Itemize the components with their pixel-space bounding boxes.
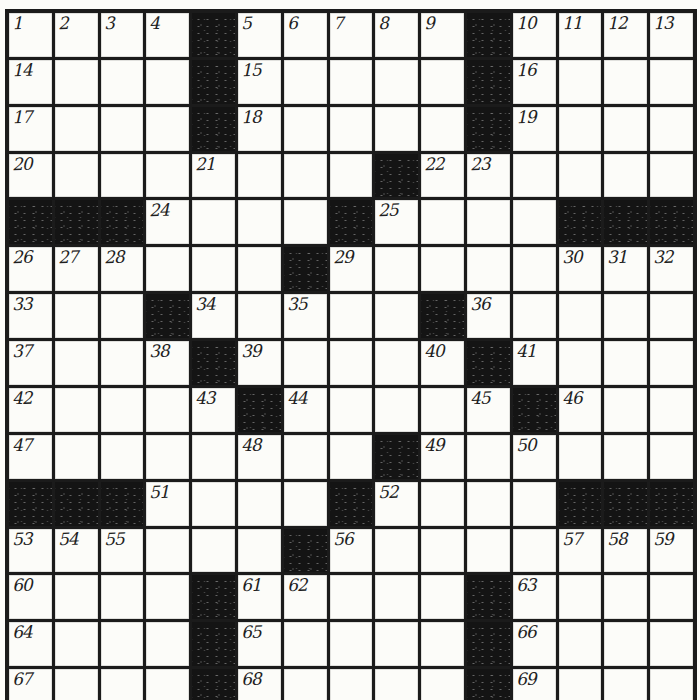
cell-r4c13[interactable] [559, 154, 602, 198]
cell-r10c13[interactable] [559, 435, 602, 479]
black-cell-r2c5 [192, 60, 235, 104]
clue-number-64: 64 [12, 623, 32, 643]
cell-r7c9[interactable] [375, 294, 418, 338]
cell-r1c7[interactable]: 6 [284, 13, 327, 57]
clue-number-62: 62 [286, 576, 306, 596]
black-cell-r14c11 [467, 622, 510, 666]
cell-r3c7[interactable] [284, 107, 327, 151]
cell-r12c4[interactable] [146, 529, 189, 573]
cell-r8c1[interactable]: 37 [9, 341, 52, 385]
cell-r12c8[interactable]: 56 [330, 529, 373, 573]
clue-number-15: 15 [241, 61, 261, 81]
clue-number-19: 19 [515, 107, 535, 127]
black-cell-r12c7 [284, 529, 327, 573]
cell-r3c14[interactable] [604, 107, 647, 151]
cell-r15c6[interactable]: 68 [238, 669, 281, 700]
cell-r14c3[interactable] [101, 622, 144, 666]
cell-r13c4[interactable] [146, 575, 189, 619]
cell-r12c11[interactable] [467, 529, 510, 573]
cell-r14c6[interactable]: 65 [238, 622, 281, 666]
cell-r15c3[interactable] [101, 669, 144, 700]
cell-r3c1[interactable]: 17 [9, 107, 52, 151]
clue-number-45: 45 [470, 389, 490, 409]
cell-r10c2[interactable] [55, 435, 98, 479]
cell-r15c10[interactable] [421, 669, 464, 700]
cell-r3c4[interactable] [146, 107, 189, 151]
clue-number-11: 11 [561, 14, 581, 34]
black-cell-r6c7 [284, 247, 327, 291]
clue-number-20: 20 [12, 154, 32, 174]
cell-r10c11[interactable] [467, 435, 510, 479]
cell-r8c13[interactable] [559, 341, 602, 385]
cell-r8c14[interactable] [604, 341, 647, 385]
cell-r2c7[interactable] [284, 60, 327, 104]
black-cell-r11c8 [330, 482, 373, 526]
clue-number-25: 25 [378, 201, 398, 221]
cell-r6c14[interactable]: 31 [604, 247, 647, 291]
cell-r13c1[interactable]: 60 [9, 575, 52, 619]
cell-r7c8[interactable] [330, 294, 373, 338]
clue-number-38: 38 [149, 342, 169, 362]
cell-r12c14[interactable]: 58 [604, 529, 647, 573]
cell-r4c7[interactable] [284, 154, 327, 198]
cell-r1c3[interactable]: 3 [101, 13, 144, 57]
cell-r15c4[interactable] [146, 669, 189, 700]
cell-r9c7[interactable]: 44 [284, 388, 327, 432]
clue-number-8: 8 [378, 14, 389, 34]
cell-r9c8[interactable] [330, 388, 373, 432]
clue-number-53: 53 [12, 529, 32, 549]
cell-r10c6[interactable]: 48 [238, 435, 281, 479]
cell-r6c3[interactable]: 28 [101, 247, 144, 291]
black-cell-r11c1 [9, 482, 52, 526]
black-cell-r9c6 [238, 388, 281, 432]
black-cell-r2c11 [467, 60, 510, 104]
cell-r4c5[interactable]: 21 [192, 154, 235, 198]
cell-r11c11[interactable] [467, 482, 510, 526]
cell-r4c15[interactable] [650, 154, 693, 198]
clue-number-42: 42 [12, 389, 32, 409]
clue-number-47: 47 [12, 435, 32, 455]
cell-r1c13[interactable]: 11 [559, 13, 602, 57]
black-cell-r10c9 [375, 435, 418, 479]
black-cell-r5c3 [101, 200, 144, 244]
cell-r2c3[interactable] [101, 60, 144, 104]
cell-r13c8[interactable] [330, 575, 373, 619]
cell-r1c4[interactable]: 4 [146, 13, 189, 57]
cell-r12c9[interactable] [375, 529, 418, 573]
cell-r12c13[interactable]: 57 [559, 529, 602, 573]
cell-r2c10[interactable] [421, 60, 464, 104]
cell-r12c3[interactable]: 55 [101, 529, 144, 573]
cell-r8c15[interactable] [650, 341, 693, 385]
black-cell-r11c14 [604, 482, 647, 526]
cell-r12c6[interactable] [238, 529, 281, 573]
cell-r1c6[interactable]: 5 [238, 13, 281, 57]
crossword-board: 1234567891011121314151617181920212223242… [5, 9, 697, 700]
cell-r1c2[interactable]: 2 [55, 13, 98, 57]
cell-r3c10[interactable] [421, 107, 464, 151]
cell-r6c4[interactable] [146, 247, 189, 291]
cell-r13c13[interactable] [559, 575, 602, 619]
cell-r2c1[interactable]: 14 [9, 60, 52, 104]
cell-r4c10[interactable]: 22 [421, 154, 464, 198]
cell-r10c4[interactable] [146, 435, 189, 479]
clue-number-29: 29 [332, 248, 352, 268]
black-cell-r9c12 [513, 388, 556, 432]
cell-r3c15[interactable] [650, 107, 693, 151]
cell-r1c15[interactable]: 13 [650, 13, 693, 57]
black-cell-r11c15 [650, 482, 693, 526]
clue-number-54: 54 [57, 529, 77, 549]
clue-number-34: 34 [195, 295, 215, 315]
cell-r2c6[interactable]: 15 [238, 60, 281, 104]
cell-r7c7[interactable]: 35 [284, 294, 327, 338]
black-cell-r11c2 [55, 482, 98, 526]
cell-r13c2[interactable] [55, 575, 98, 619]
cell-r8c8[interactable] [330, 341, 373, 385]
cell-r13c12[interactable]: 63 [513, 575, 556, 619]
cell-r2c14[interactable] [604, 60, 647, 104]
cell-r15c12[interactable]: 69 [513, 669, 556, 700]
cell-r3c12[interactable]: 19 [513, 107, 556, 151]
clue-number-51: 51 [149, 482, 169, 502]
clue-number-43: 43 [195, 389, 215, 409]
clue-number-30: 30 [561, 248, 581, 268]
cell-r7c11[interactable]: 36 [467, 294, 510, 338]
cell-r9c10[interactable] [421, 388, 464, 432]
clue-number-2: 2 [57, 14, 68, 34]
black-cell-r5c8 [330, 200, 373, 244]
cell-r9c4[interactable] [146, 388, 189, 432]
cell-r11c9[interactable]: 52 [375, 482, 418, 526]
cell-r2c15[interactable] [650, 60, 693, 104]
clue-number-40: 40 [424, 342, 444, 362]
cell-r9c11[interactable]: 45 [467, 388, 510, 432]
clue-number-63: 63 [515, 576, 535, 596]
clue-number-35: 35 [286, 295, 306, 315]
cell-r13c14[interactable] [604, 575, 647, 619]
clue-number-60: 60 [12, 576, 32, 596]
cell-r4c6[interactable] [238, 154, 281, 198]
cell-r5c6[interactable] [238, 200, 281, 244]
cell-r10c8[interactable] [330, 435, 373, 479]
cell-r11c6[interactable] [238, 482, 281, 526]
black-cell-r4c9 [375, 154, 418, 198]
cell-r8c3[interactable] [101, 341, 144, 385]
clue-number-37: 37 [12, 342, 32, 362]
clue-number-44: 44 [286, 389, 306, 409]
cell-r7c3[interactable] [101, 294, 144, 338]
clue-number-48: 48 [241, 435, 261, 455]
cell-r1c9[interactable]: 8 [375, 13, 418, 57]
clue-number-10: 10 [515, 14, 535, 34]
cell-r14c14[interactable] [604, 622, 647, 666]
black-cell-r11c13 [559, 482, 602, 526]
black-cell-r7c10 [421, 294, 464, 338]
clue-number-67: 67 [12, 670, 32, 690]
cell-r12c10[interactable] [421, 529, 464, 573]
cell-r8c10[interactable]: 40 [421, 341, 464, 385]
cell-r13c9[interactable] [375, 575, 418, 619]
cell-r7c6[interactable] [238, 294, 281, 338]
cell-r1c14[interactable]: 12 [604, 13, 647, 57]
cell-r1c8[interactable]: 7 [330, 13, 373, 57]
cell-r4c2[interactable] [55, 154, 98, 198]
cell-r8c2[interactable] [55, 341, 98, 385]
cell-r6c2[interactable]: 27 [55, 247, 98, 291]
cell-r2c4[interactable] [146, 60, 189, 104]
cell-r12c5[interactable] [192, 529, 235, 573]
black-cell-r8c11 [467, 341, 510, 385]
cell-r14c15[interactable] [650, 622, 693, 666]
cell-r8c9[interactable] [375, 341, 418, 385]
clue-number-17: 17 [12, 107, 32, 127]
cell-r12c12[interactable] [513, 529, 556, 573]
cell-r13c7[interactable]: 62 [284, 575, 327, 619]
black-cell-r5c13 [559, 200, 602, 244]
cell-r10c3[interactable] [101, 435, 144, 479]
black-cell-r15c11 [467, 669, 510, 700]
clue-number-52: 52 [378, 482, 398, 502]
clue-number-26: 26 [12, 248, 32, 268]
cell-r5c12[interactable] [513, 200, 556, 244]
black-cell-r7c4 [146, 294, 189, 338]
black-cell-r11c3 [101, 482, 144, 526]
clue-number-12: 12 [607, 14, 627, 34]
black-cell-r13c11 [467, 575, 510, 619]
cell-r6c5[interactable] [192, 247, 235, 291]
black-cell-r3c11 [467, 107, 510, 151]
black-cell-r14c5 [192, 622, 235, 666]
cell-r2c13[interactable] [559, 60, 602, 104]
cell-r9c13[interactable]: 46 [559, 388, 602, 432]
cell-r7c1[interactable]: 33 [9, 294, 52, 338]
clue-number-27: 27 [57, 248, 77, 268]
cell-r7c12[interactable] [513, 294, 556, 338]
cell-r6c1[interactable]: 26 [9, 247, 52, 291]
cell-r15c13[interactable] [559, 669, 602, 700]
black-cell-r5c2 [55, 200, 98, 244]
cell-r13c15[interactable] [650, 575, 693, 619]
clue-number-32: 32 [653, 248, 673, 268]
cell-r9c5[interactable]: 43 [192, 388, 235, 432]
cell-r4c8[interactable] [330, 154, 373, 198]
cell-r5c10[interactable] [421, 200, 464, 244]
clue-number-1: 1 [12, 14, 23, 34]
cell-r6c11[interactable] [467, 247, 510, 291]
cell-r3c3[interactable] [101, 107, 144, 151]
clue-number-49: 49 [424, 435, 444, 455]
clue-number-69: 69 [515, 670, 535, 690]
cell-r10c1[interactable]: 47 [9, 435, 52, 479]
clue-number-16: 16 [515, 61, 535, 81]
cell-r15c14[interactable] [604, 669, 647, 700]
cell-r4c1[interactable]: 20 [9, 154, 52, 198]
cell-r6c15[interactable]: 32 [650, 247, 693, 291]
cell-r8c12[interactable]: 41 [513, 341, 556, 385]
cell-r14c4[interactable] [146, 622, 189, 666]
clue-number-13: 13 [653, 14, 673, 34]
clue-number-28: 28 [103, 248, 123, 268]
cell-r4c12[interactable] [513, 154, 556, 198]
clue-number-66: 66 [515, 623, 535, 643]
cell-r15c8[interactable] [330, 669, 373, 700]
cell-r14c13[interactable] [559, 622, 602, 666]
clue-number-7: 7 [332, 14, 343, 34]
cell-r6c10[interactable] [421, 247, 464, 291]
cell-r7c15[interactable] [650, 294, 693, 338]
cell-r12c2[interactable]: 54 [55, 529, 98, 573]
clue-number-21: 21 [195, 154, 215, 174]
cell-r10c10[interactable]: 49 [421, 435, 464, 479]
cell-r10c7[interactable] [284, 435, 327, 479]
cell-r11c5[interactable] [192, 482, 235, 526]
clue-number-24: 24 [149, 201, 169, 221]
clue-number-39: 39 [241, 342, 261, 362]
clue-number-50: 50 [515, 435, 535, 455]
cell-r2c2[interactable] [55, 60, 98, 104]
cell-r3c8[interactable] [330, 107, 373, 151]
cell-r4c11[interactable]: 23 [467, 154, 510, 198]
cell-r11c4[interactable]: 51 [146, 482, 189, 526]
cell-r7c14[interactable] [604, 294, 647, 338]
clue-number-41: 41 [515, 342, 535, 362]
cell-r10c5[interactable] [192, 435, 235, 479]
cell-r15c2[interactable] [55, 669, 98, 700]
clue-number-68: 68 [241, 670, 261, 690]
cell-r14c10[interactable] [421, 622, 464, 666]
cell-r9c2[interactable] [55, 388, 98, 432]
clue-number-14: 14 [12, 61, 32, 81]
cell-r8c6[interactable]: 39 [238, 341, 281, 385]
cell-r13c10[interactable] [421, 575, 464, 619]
cell-r8c4[interactable]: 38 [146, 341, 189, 385]
clue-number-9: 9 [424, 14, 435, 34]
cell-r12c1[interactable]: 53 [9, 529, 52, 573]
cell-r5c7[interactable] [284, 200, 327, 244]
clue-number-55: 55 [103, 529, 123, 549]
cell-r14c1[interactable]: 64 [9, 622, 52, 666]
cell-r9c9[interactable] [375, 388, 418, 432]
cell-r5c5[interactable] [192, 200, 235, 244]
cell-r6c13[interactable]: 30 [559, 247, 602, 291]
cell-r11c7[interactable] [284, 482, 327, 526]
black-cell-r1c11 [467, 13, 510, 57]
clue-number-57: 57 [561, 529, 581, 549]
cell-r4c14[interactable] [604, 154, 647, 198]
cell-r10c14[interactable] [604, 435, 647, 479]
clue-number-23: 23 [470, 154, 490, 174]
cell-r9c1[interactable]: 42 [9, 388, 52, 432]
clue-number-33: 33 [12, 295, 32, 315]
black-cell-r5c1 [9, 200, 52, 244]
cell-r1c10[interactable]: 9 [421, 13, 464, 57]
cell-r12c15[interactable]: 59 [650, 529, 693, 573]
cell-r3c13[interactable] [559, 107, 602, 151]
cell-r6c9[interactable] [375, 247, 418, 291]
cell-r15c15[interactable] [650, 669, 693, 700]
cell-r5c11[interactable] [467, 200, 510, 244]
cell-r7c5[interactable]: 34 [192, 294, 235, 338]
cell-r11c12[interactable] [513, 482, 556, 526]
cell-r9c3[interactable] [101, 388, 144, 432]
clue-number-65: 65 [241, 623, 261, 643]
black-cell-r5c15 [650, 200, 693, 244]
cell-r7c13[interactable] [559, 294, 602, 338]
clue-number-46: 46 [561, 389, 581, 409]
cell-r8c7[interactable] [284, 341, 327, 385]
cell-r15c9[interactable] [375, 669, 418, 700]
clue-number-5: 5 [241, 14, 252, 34]
black-cell-r3c5 [192, 107, 235, 151]
cell-r13c3[interactable] [101, 575, 144, 619]
cell-r7c2[interactable] [55, 294, 98, 338]
cell-r6c8[interactable]: 29 [330, 247, 373, 291]
cell-r14c9[interactable] [375, 622, 418, 666]
cell-r14c12[interactable]: 66 [513, 622, 556, 666]
clue-number-31: 31 [607, 248, 627, 268]
cell-r3c6[interactable]: 18 [238, 107, 281, 151]
cell-r10c15[interactable] [650, 435, 693, 479]
clue-number-4: 4 [149, 14, 160, 34]
cell-r9c14[interactable] [604, 388, 647, 432]
cell-r4c3[interactable] [101, 154, 144, 198]
clue-number-58: 58 [607, 529, 627, 549]
black-cell-r8c5 [192, 341, 235, 385]
black-cell-r13c5 [192, 575, 235, 619]
black-cell-r5c14 [604, 200, 647, 244]
clue-number-56: 56 [332, 529, 352, 549]
cell-r2c12[interactable]: 16 [513, 60, 556, 104]
cell-r15c7[interactable] [284, 669, 327, 700]
clue-number-6: 6 [286, 14, 297, 34]
cell-r3c2[interactable] [55, 107, 98, 151]
cell-r11c10[interactable] [421, 482, 464, 526]
cell-r14c2[interactable] [55, 622, 98, 666]
cell-r15c1[interactable]: 67 [9, 669, 52, 700]
cell-r13c6[interactable]: 61 [238, 575, 281, 619]
cell-r1c1[interactable]: 1 [9, 13, 52, 57]
cell-r9c15[interactable] [650, 388, 693, 432]
cell-r10c12[interactable]: 50 [513, 435, 556, 479]
black-cell-r15c5 [192, 669, 235, 700]
clue-number-18: 18 [241, 107, 261, 127]
cell-r3c9[interactable] [375, 107, 418, 151]
cell-r14c8[interactable] [330, 622, 373, 666]
clue-number-3: 3 [103, 14, 114, 34]
clue-number-61: 61 [241, 576, 261, 596]
clue-number-59: 59 [653, 529, 673, 549]
cell-r14c7[interactable] [284, 622, 327, 666]
clue-number-36: 36 [470, 295, 490, 315]
cell-r1c12[interactable]: 10 [513, 13, 556, 57]
cell-r2c8[interactable] [330, 60, 373, 104]
cell-r5c4[interactable]: 24 [146, 200, 189, 244]
cell-r5c9[interactable]: 25 [375, 200, 418, 244]
clue-number-22: 22 [424, 154, 444, 174]
cell-r2c9[interactable] [375, 60, 418, 104]
cell-r6c12[interactable] [513, 247, 556, 291]
cell-r6c6[interactable] [238, 247, 281, 291]
black-cell-r1c5 [192, 13, 235, 57]
cell-r4c4[interactable] [146, 154, 189, 198]
